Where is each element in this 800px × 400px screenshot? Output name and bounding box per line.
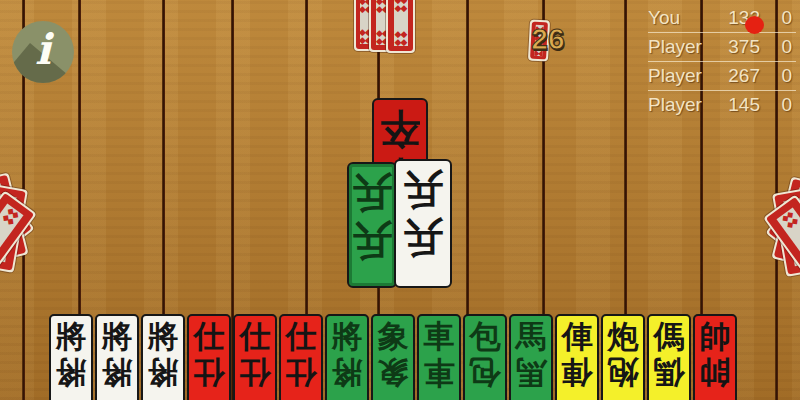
card-rank: 將 [143, 321, 183, 352]
card-rank-inverted: 兵 [396, 218, 450, 258]
card-rank: 馬 [511, 321, 551, 352]
card-rank: 將 [97, 321, 137, 352]
card-rank: 帥 [695, 321, 735, 352]
card-rank-inverted: 俥 [557, 357, 597, 388]
card-rank: 象 [373, 321, 413, 352]
card-rank: 包 [465, 321, 505, 352]
card-rank: 將 [327, 321, 367, 352]
card-rank-inverted: 傌 [649, 357, 689, 388]
deck-counter: 26 [522, 22, 574, 56]
card-rank-inverted: 馬 [511, 357, 551, 388]
hand-card[interactable]: 將將 [49, 314, 93, 400]
card-rank-inverted: 包 [465, 357, 505, 388]
scoreboard: You1320Player3750Player2670Player1450 [648, 4, 796, 119]
hand-card[interactable]: 俥俥 [555, 314, 599, 400]
diamond-motif: ◆◆◆◆ [395, 0, 407, 12]
turn-indicator-dot [745, 16, 764, 34]
card-rank: 將 [51, 321, 91, 352]
scoreboard-row: Player1450 [648, 91, 796, 119]
card-rank: 車 [419, 321, 459, 352]
card-rank-inverted: 仕 [281, 357, 321, 388]
diamond-motif: ◆◆◆◆ [395, 30, 407, 46]
player-score: 267 [710, 65, 760, 87]
card-back-pattern: ◆◆◆◆◆◆◆◆ [394, 0, 408, 46]
card-rank: 仕 [189, 321, 229, 352]
hand-card[interactable]: 包包 [463, 314, 507, 400]
player-round-score: 0 [760, 7, 792, 29]
hand-card[interactable]: 車車 [417, 314, 461, 400]
card-rank-inverted: 將 [51, 357, 91, 388]
hand-card[interactable]: 傌傌 [647, 314, 691, 400]
card-back-frame: ◆◆◆◆◆◆◆◆ [388, 0, 413, 51]
player-name: Player [648, 65, 710, 87]
card-rank-inverted: 將 [327, 357, 367, 388]
hand-card[interactable]: 仕仕 [233, 314, 277, 400]
card-rank-inverted: 將 [97, 357, 137, 388]
hand-card[interactable]: 將將 [325, 314, 369, 400]
scoreboard-row: Player3750 [648, 33, 796, 62]
card-rank-inverted: 將 [143, 357, 183, 388]
card-rank: 俥 [557, 321, 597, 352]
hand-card[interactable]: 將將 [95, 314, 139, 400]
player-score: 375 [710, 36, 760, 58]
hand-card[interactable]: 象象 [371, 314, 415, 400]
played-card: 兵兵 [394, 159, 452, 288]
diamond-motif: ◆◆◆◆ [780, 210, 799, 230]
hand-card[interactable]: 仕仕 [187, 314, 231, 400]
hand-card[interactable]: 炮炮 [601, 314, 645, 400]
card-rank-inverted: 炮 [603, 357, 643, 388]
hand-card[interactable]: 帥帥 [693, 314, 737, 400]
game-table: i ◆◆◆◆◆◆◆◆◆◆◆◆◆◆◆◆◆◆◆◆◆◆◆◆ ◆◆◆◆◆◆◆◆ 26 Y… [0, 0, 800, 400]
card-rank-inverted: 象 [373, 357, 413, 388]
player-round-score: 0 [760, 36, 792, 58]
card-rank: 仕 [235, 321, 275, 352]
player-score: 145 [710, 94, 760, 116]
hand-card[interactable]: 將將 [141, 314, 185, 400]
card-rank-inverted: 兵 [349, 221, 395, 261]
card-rank: 炮 [603, 321, 643, 352]
card-rank-inverted: 仕 [189, 357, 229, 388]
player-hand: 將將將將將將仕仕仕仕仕仕將將象象車車包包馬馬俥俥炮炮傌傌帥帥 [49, 314, 737, 400]
info-icon: i [12, 25, 74, 74]
card-rank: 卒 [374, 109, 426, 149]
card-rank: 仕 [281, 321, 321, 352]
player-round-score: 0 [760, 65, 792, 87]
hand-card[interactable]: 仕仕 [279, 314, 323, 400]
hand-card[interactable]: 馬馬 [509, 314, 553, 400]
player-name: You [648, 7, 710, 29]
card-rank: 兵 [396, 170, 450, 210]
diamond-motif: ◆◆◆◆ [1, 206, 20, 226]
player-name: Player [648, 36, 710, 58]
scoreboard-row: You1320 [648, 4, 796, 33]
draw-pile-card: ◆◆◆◆◆◆◆◆ [386, 0, 415, 53]
info-button[interactable]: i [12, 21, 74, 83]
card-rank-inverted: 帥 [695, 357, 735, 388]
played-card: 兵兵 [347, 162, 397, 288]
player-name: Player [648, 94, 710, 116]
card-rank: 兵 [349, 173, 395, 213]
card-rank-inverted: 仕 [235, 357, 275, 388]
player-round-score: 0 [760, 94, 792, 116]
card-rank: 傌 [649, 321, 689, 352]
scoreboard-row: Player2670 [648, 62, 796, 91]
card-rank-inverted: 車 [419, 357, 459, 388]
